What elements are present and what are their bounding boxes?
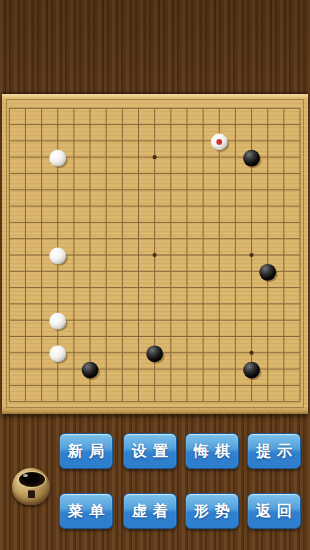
- last-move-marker: [216, 139, 222, 145]
- stone-white: [49, 248, 66, 265]
- stone-black: [259, 264, 276, 281]
- stone-black: [243, 362, 260, 379]
- board-bottom-edge: [2, 407, 308, 414]
- stone-bowl-opening: [18, 471, 46, 488]
- settings-button[interactable]: 设置: [123, 433, 177, 469]
- stone-black: [146, 345, 163, 362]
- stone-black: [243, 150, 260, 167]
- situation-button[interactable]: 形势: [185, 493, 239, 529]
- app-screen: 新局 设置 悔棋 提示 菜单 虚着 形势 返回: [0, 0, 310, 550]
- stone-bowl: [12, 468, 50, 505]
- undo-button[interactable]: 悔棋: [185, 433, 239, 469]
- stone-white: [49, 313, 66, 330]
- stone-white: [211, 134, 228, 151]
- stone-bowl-mark: [28, 490, 35, 498]
- new-game-button[interactable]: 新局: [59, 433, 113, 469]
- go-board[interactable]: [2, 94, 308, 414]
- stone-white: [49, 345, 66, 362]
- stone-bowl-glint-icon: [23, 474, 28, 477]
- stones: [49, 134, 277, 380]
- board-grid-and-stones[interactable]: [2, 94, 308, 414]
- pass-button[interactable]: 虚着: [123, 493, 177, 529]
- control-panel: 新局 设置 悔棋 提示 菜单 虚着 形势 返回: [0, 414, 310, 550]
- hint-button[interactable]: 提示: [247, 433, 301, 469]
- back-button[interactable]: 返回: [247, 493, 301, 529]
- menu-button[interactable]: 菜单: [59, 493, 113, 529]
- stone-black: [82, 362, 99, 379]
- stone-white: [49, 150, 66, 167]
